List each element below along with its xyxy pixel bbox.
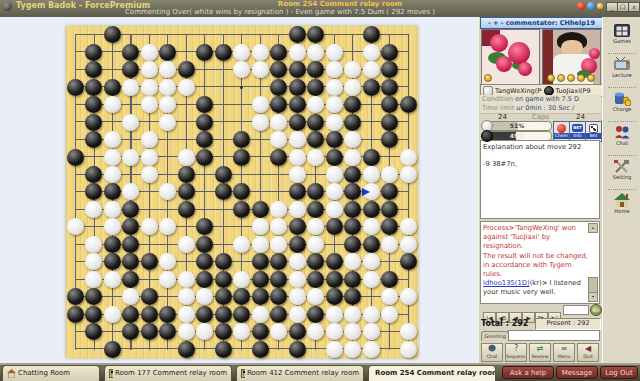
toolbar-home-label: Home (607, 208, 637, 214)
black-stone (363, 26, 380, 43)
totals-row: Total : 292 Present : 292 (481, 318, 601, 329)
white-stone (178, 288, 195, 305)
black-stone (104, 253, 121, 270)
board-window (0, 17, 479, 363)
bet-badge-icon: BET (572, 124, 583, 132)
black-stone (289, 61, 306, 78)
white-stone (104, 131, 121, 148)
white-stone-icon (483, 86, 493, 96)
black-stone (252, 341, 269, 358)
black-stone (215, 341, 232, 358)
tab-label: Chatting Room (18, 366, 70, 381)
black-stone (122, 271, 139, 288)
white-stone (344, 341, 361, 358)
white-stone (141, 96, 158, 113)
black-stone (233, 149, 250, 166)
bet-button[interactable]: Bet (585, 121, 602, 142)
bet-info-button[interactable]: BET Info (569, 121, 586, 142)
menu-button-label: Menu (554, 354, 574, 360)
review-button-label: Review (530, 354, 550, 360)
explanation-title: Explanation about move 292 (483, 143, 597, 152)
black-stone (122, 306, 139, 323)
white-stone (363, 61, 380, 78)
black-stone (178, 61, 195, 78)
sequence-button-label: Sequence (506, 354, 526, 360)
white-stone (85, 271, 102, 288)
captures-label: Caps (532, 113, 549, 121)
move-number-input[interactable] (563, 305, 589, 315)
black-stone (252, 201, 269, 218)
tab-label: Room 412 Comment relay room (247, 366, 359, 381)
black-stone (381, 271, 398, 288)
white-stone (307, 236, 324, 253)
go-button[interactable]: GO (590, 304, 602, 316)
menu-book-icon: ≡ (554, 344, 574, 354)
black-stone (381, 114, 398, 131)
blue-orb-icon[interactable] (587, 2, 595, 10)
white-stone (270, 236, 287, 253)
white-stone (104, 271, 121, 288)
message-button[interactable]: Message (556, 366, 598, 379)
white-stone (289, 131, 306, 148)
white-stone (159, 79, 176, 96)
white-stone (233, 271, 250, 288)
white-stone (85, 236, 102, 253)
black-stone (344, 114, 361, 131)
gift-coin-icon (484, 74, 492, 82)
home-house-icon (613, 193, 631, 208)
present-move-box: Present : 292 (535, 318, 601, 330)
charge-coins-icon (613, 91, 631, 106)
white-stone (289, 44, 306, 61)
black-stone-icon (481, 130, 493, 142)
white-stone (363, 44, 380, 61)
white-stone (178, 149, 195, 166)
review-arrows-icon: ⇄ (530, 344, 550, 354)
white-stone (326, 323, 343, 340)
commentator-header: - + - commentator: CHhelp19 (480, 17, 603, 29)
rose-decoration (496, 56, 512, 72)
black-stone (289, 236, 306, 253)
white-stone (141, 44, 158, 61)
black-stone (326, 271, 343, 288)
white-stone (326, 306, 343, 323)
black-stone (215, 306, 232, 323)
room-title: Room 254 Comment relay room (230, 0, 450, 8)
white-stone (344, 306, 361, 323)
avatar-white-player (481, 29, 540, 85)
game-status-subtitle: Commenting Over( white wins by resignati… (60, 8, 500, 16)
chat-message: Process>'TangWeXing' won against 'TuoJia… (483, 224, 588, 252)
black-stone (215, 288, 232, 305)
white-stone (104, 166, 121, 183)
white-player-name: TangWeXing(P9 (495, 87, 542, 95)
black-stone (178, 201, 195, 218)
white-stone (122, 79, 139, 96)
white-stone (326, 341, 343, 358)
quit-button[interactable]: ◀ Quit (577, 343, 599, 362)
gift-coin-icon (547, 74, 555, 82)
avatar-black-player (542, 29, 601, 85)
white-stone (252, 114, 269, 131)
white-stone (400, 166, 417, 183)
white-stone (233, 44, 250, 61)
white-captures-count: 24 (498, 113, 507, 121)
white-stone (400, 149, 417, 166)
black-player-name: TuoJiaxi(P9 (556, 87, 591, 95)
scroll-down-icon[interactable]: ▾ (588, 292, 598, 302)
tygem-baduk-window: { "game": "go", "window": { "app_title":… (0, 0, 640, 381)
black-stone (141, 253, 158, 270)
game-info-panel: - + - commentator: CHhelp19 TangWeXing(P… (478, 17, 602, 363)
white-stone (159, 114, 176, 131)
scrollbar-thumb[interactable] (588, 277, 598, 293)
dice-icon (589, 124, 598, 133)
black-stone (252, 323, 269, 340)
chat-username-link[interactable]: ldhoo135(1D) (483, 279, 530, 287)
white-stone (381, 236, 398, 253)
white-stone (381, 306, 398, 323)
white-stone (326, 61, 343, 78)
condition-label: Condition (480, 95, 515, 103)
white-stone (122, 149, 139, 166)
sequence-button[interactable]: ? Sequence (505, 343, 527, 362)
black-stone (178, 166, 195, 183)
tab-label: Room 254 Comment relay room (375, 366, 496, 381)
rose-decoration (589, 48, 600, 59)
gift-coin-icon (567, 74, 575, 82)
star-point (240, 86, 243, 89)
time-limit-label: Time limit (480, 104, 516, 112)
white-stone (363, 166, 380, 183)
white-stone (400, 236, 417, 253)
black-stone (67, 149, 84, 166)
side-toolbar: Games Lecture Charge Chat Setting Home (602, 17, 640, 363)
white-stone (178, 79, 195, 96)
black-stone (363, 236, 380, 253)
black-stone (363, 201, 380, 218)
black-stone (381, 79, 398, 96)
toolbar-setting-button[interactable]: Setting (607, 159, 637, 183)
black-stone (215, 323, 232, 340)
app-icon (3, 2, 12, 11)
bottom-tab-bar: Chatting Room Room 177 Comment relay roo… (0, 363, 640, 381)
white-stone (400, 218, 417, 235)
black-stone (141, 323, 158, 340)
white-stone (104, 96, 121, 113)
logout-button[interactable]: Log Out (600, 366, 638, 379)
black-stone (326, 253, 343, 270)
black-stone (289, 341, 306, 358)
greeting-row: Greeting (481, 330, 601, 343)
explanation-note: -9 38#7n, (483, 160, 597, 169)
white-stone (363, 341, 380, 358)
white-stone (104, 201, 121, 218)
black-stone (196, 114, 213, 131)
chat-button-label: Chat (482, 354, 502, 360)
white-stone (141, 149, 158, 166)
white-stone (141, 61, 158, 78)
gift-coin-icon (577, 74, 585, 82)
white-stone (178, 323, 195, 340)
quit-button-label: Quit (578, 354, 598, 360)
board-icon (241, 369, 245, 378)
white-stone (326, 114, 343, 131)
go-board[interactable] (66, 26, 418, 358)
red-orb-icon[interactable] (577, 2, 585, 10)
black-stone (326, 131, 343, 148)
toolbar-home-button[interactable]: Home (607, 193, 637, 217)
time-limit-value: ur 0min : 30 Sec / (516, 104, 574, 112)
white-stone (252, 306, 269, 323)
white-stone (159, 271, 176, 288)
move-navigation: |◀◀5◀▶5▶▶| GO (483, 305, 601, 317)
toolbar-lecture-button[interactable]: Lecture (607, 57, 637, 81)
white-bet-percent: 51% (483, 122, 551, 130)
black-stone (85, 44, 102, 61)
black-stone (307, 114, 324, 131)
white-stone (252, 61, 269, 78)
white-stone (178, 306, 195, 323)
last-move-marker (362, 188, 370, 196)
white-stone (363, 253, 380, 270)
black-stone (400, 96, 417, 113)
black-stone (363, 79, 380, 96)
black-stone (104, 236, 121, 253)
black-stone (270, 79, 287, 96)
menu-button[interactable]: ≡ Menu (553, 343, 575, 362)
white-stone (252, 236, 269, 253)
gift-coin-icon (587, 74, 595, 82)
white-stone (141, 166, 158, 183)
white-stone (104, 306, 121, 323)
black-stone (289, 79, 306, 96)
greeting-tab[interactable]: Greeting (481, 331, 509, 341)
info-label: Info (570, 133, 585, 139)
black-stone (400, 253, 417, 270)
black-stone (104, 341, 121, 358)
black-stone (196, 306, 213, 323)
tab-room-254-active[interactable]: Room 254 Comment relay room (368, 365, 496, 381)
close-button[interactable]: x (628, 2, 640, 12)
black-stone (233, 306, 250, 323)
chat-box[interactable]: Process>'TangWeXing' won against 'TuoJia… (480, 221, 600, 304)
white-stone (270, 114, 287, 131)
white-stone (104, 149, 121, 166)
tab-room-177[interactable]: Room 177 Comment relay room (104, 365, 232, 381)
white-stone (326, 96, 343, 113)
white-stone (252, 44, 269, 61)
black-stone (141, 288, 158, 305)
toolbar-games-button[interactable]: Games (607, 23, 637, 47)
black-stone (289, 26, 306, 43)
toolbar-divider (608, 87, 636, 88)
cheer-label: Cheer (554, 133, 569, 139)
black-stone (270, 44, 287, 61)
title-bar: Tygem Badok - ForcePremium Room 254 Comm… (0, 0, 640, 17)
black-stone (344, 236, 361, 253)
black-stone (215, 253, 232, 270)
toolbar-divider (608, 53, 636, 54)
setting-tools-icon (613, 159, 631, 174)
black-stone (215, 44, 232, 61)
black-stone (159, 306, 176, 323)
board-icon (109, 369, 113, 378)
black-stone (215, 271, 232, 288)
white-stone (141, 131, 158, 148)
black-stone (67, 306, 84, 323)
white-stone (363, 323, 380, 340)
black-stone (252, 288, 269, 305)
white-stone (141, 79, 158, 96)
white-stone (252, 96, 269, 113)
white-stone (326, 79, 343, 96)
toolbar-setting-label: Setting (607, 174, 637, 180)
cheer-button[interactable]: Cheer (553, 121, 570, 142)
toolbar-games-label: Games (607, 38, 637, 44)
black-stone (307, 271, 324, 288)
black-stone (159, 44, 176, 61)
black-captures-count: 24 (576, 113, 585, 121)
black-stone (122, 236, 139, 253)
black-stone (326, 149, 343, 166)
quit-icon: ◀ (578, 344, 598, 354)
black-stone (270, 271, 287, 288)
review-button[interactable]: ⇄ Review (529, 343, 551, 362)
black-stone (104, 26, 121, 43)
black-stone (270, 306, 287, 323)
cheer-ball-icon (557, 124, 566, 133)
white-stone (363, 271, 380, 288)
yellow-orb-icon[interactable] (597, 3, 603, 9)
white-stone (289, 166, 306, 183)
captures-row: 24 Caps 24 (480, 113, 601, 121)
white-stone (289, 271, 306, 288)
black-stone (344, 271, 361, 288)
white-stone (344, 149, 361, 166)
black-stone (252, 271, 269, 288)
black-stone (196, 236, 213, 253)
greeting-input[interactable] (508, 330, 600, 341)
toolbar-charge-label: Charge (607, 106, 637, 112)
black-stone-icon (544, 86, 554, 96)
white-stone (326, 201, 343, 218)
tab-label: Room 177 Comment relay room (115, 366, 227, 381)
scroll-up-icon[interactable]: ▴ (588, 223, 598, 233)
black-bet-percent: 49% (483, 132, 551, 140)
toolbar-charge-button[interactable]: Charge (607, 91, 637, 115)
toolbar-divider (608, 189, 636, 190)
condition-value: en game with 7.5 D (515, 95, 579, 103)
rose-decoration (490, 34, 508, 52)
lecture-tv-icon (613, 57, 631, 72)
home-icon (7, 369, 16, 378)
sequence-icon: ? (506, 344, 526, 354)
black-stone (85, 114, 102, 131)
black-stone (363, 149, 380, 166)
white-stone (122, 114, 139, 131)
black-stone (289, 114, 306, 131)
white-stone (289, 201, 306, 218)
white-stone (289, 253, 306, 270)
rose-decoration (518, 62, 532, 76)
toolbar-chat-button[interactable]: Chat (607, 125, 637, 149)
white-stone (400, 323, 417, 340)
black-stone (141, 306, 158, 323)
white-stone (326, 166, 343, 183)
gift-coin-icon (557, 74, 565, 82)
white-stone (400, 341, 417, 358)
white-stone (307, 149, 324, 166)
games-grid-icon (613, 23, 631, 38)
toolbar-chat-label: Chat (607, 140, 637, 146)
black-stone (307, 79, 324, 96)
black-stone (85, 79, 102, 96)
black-stone (67, 288, 84, 305)
ask-help-button[interactable]: Ask a help (502, 366, 554, 379)
white-stone (289, 306, 306, 323)
black-stone (104, 79, 121, 96)
chat-people-icon (613, 125, 631, 140)
chat-message: ldhoo135(1D)(kr)> I listened your music … (483, 279, 588, 297)
black-stone (196, 44, 213, 61)
black-stone (196, 149, 213, 166)
white-stone (233, 236, 250, 253)
black-stone (326, 288, 343, 305)
white-stone (307, 44, 324, 61)
black-stone (289, 96, 306, 113)
total-moves: Total : 292 (481, 319, 528, 328)
black-stone (252, 253, 269, 270)
explanation-box: Explanation about move 292 -9 38#7n, (480, 140, 600, 219)
white-stone (326, 44, 343, 61)
bet-label: Bet (586, 133, 601, 139)
black-stone (215, 166, 232, 183)
toolbar-divider (608, 155, 636, 156)
black-stone (122, 44, 139, 61)
black-stone (289, 323, 306, 340)
chat-button[interactable]: ☻ Chat (481, 343, 503, 362)
toolbar-lecture-label: Lecture (607, 72, 637, 78)
chat-people-icon: ☻ (482, 344, 502, 354)
white-stone (178, 236, 195, 253)
tab-room-412[interactable]: Room 412 Comment relay room (236, 365, 364, 381)
white-stone (289, 288, 306, 305)
white-stone (344, 79, 361, 96)
toolbar-divider (608, 121, 636, 122)
black-stone (196, 271, 213, 288)
white-stone (178, 271, 195, 288)
black-stone (85, 306, 102, 323)
white-stone (400, 288, 417, 305)
black-stone (178, 341, 195, 358)
white-stone (289, 149, 306, 166)
black-stone (381, 44, 398, 61)
chat-message: The result will not be changed, in accor… (483, 252, 588, 280)
black-stone (67, 79, 84, 96)
black-stone (270, 149, 287, 166)
white-stone (363, 306, 380, 323)
black-stone (307, 306, 324, 323)
tab-chatting-room[interactable]: Chatting Room (2, 365, 100, 381)
